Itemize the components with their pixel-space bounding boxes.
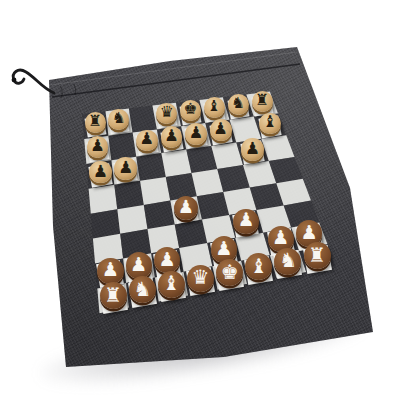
piece-black-pawn-f7[interactable]: ♟ [210,119,232,141]
king-glyph: ♚ [221,262,239,282]
knight-glyph: ♞ [133,279,151,299]
pawn-glyph: ♟ [90,138,105,154]
pawn-glyph: ♟ [130,255,147,274]
piece-white-rook-h1[interactable]: ♜ [304,242,331,269]
rook-glyph: ♜ [255,93,269,109]
queen-glyph: ♛ [191,267,209,287]
bishop-glyph: ♝ [207,99,221,115]
queen-glyph: ♛ [160,105,174,121]
piece-white-bishop-c1[interactable]: ♝ [158,271,185,298]
rook-glyph: ♜ [104,285,122,305]
piece-black-pawn-b6[interactable]: ♟ [114,157,137,180]
pawn-glyph: ♟ [102,260,119,279]
pieces-layer: ♜♞♛♚♝♞♜♟♟♟♟♟♝♟♟♟♟♟♟♟♟♟♟♟♜♞♝♛♚♝♞♜ [0,0,400,400]
piece-black-rook-a8[interactable]: ♜ [85,112,106,133]
knight-glyph: ♞ [279,250,297,270]
piece-black-pawn-e7[interactable]: ♟ [185,123,207,145]
piece-white-pawn-a2[interactable]: ♟ [97,258,123,284]
pawn-glyph: ♟ [238,211,255,230]
piece-white-king-e1[interactable]: ♚ [216,259,243,286]
pawn-glyph: ♟ [272,228,289,247]
piece-black-king-e8[interactable]: ♚ [180,100,201,121]
piece-black-pawn-d7[interactable]: ♟ [161,126,183,148]
piece-white-pawn-b2[interactable]: ♟ [126,252,152,278]
piece-black-rook-h8[interactable]: ♜ [252,91,273,112]
bishop-glyph: ♝ [250,256,268,276]
knight-glyph: ♞ [231,96,245,112]
bishop-glyph: ♝ [263,114,278,130]
piece-black-pawn-c7[interactable]: ♟ [136,130,158,152]
rook-glyph: ♜ [308,245,326,265]
piece-white-pawn-f3[interactable]: ♟ [233,209,258,234]
pawn-glyph: ♟ [178,198,194,216]
piece-white-pawn-d4[interactable]: ♟ [174,196,198,220]
pawn-glyph: ♟ [213,121,228,137]
pawn-glyph: ♟ [164,128,179,144]
pawn-glyph: ♟ [189,125,204,141]
pawn-glyph: ♟ [140,131,155,147]
pawn-glyph: ♟ [93,163,108,180]
piece-white-queen-d1[interactable]: ♛ [187,265,214,292]
knight-glyph: ♞ [112,111,126,127]
piece-black-queen-d8[interactable]: ♛ [156,103,177,124]
piece-black-pawn-a6[interactable]: ♟ [89,161,112,184]
piece-black-knight-g8[interactable]: ♞ [228,94,249,115]
king-glyph: ♚ [183,102,197,118]
piece-black-pawn-g6[interactable]: ♟ [241,138,264,161]
piece-white-rook-a1[interactable]: ♜ [100,282,127,309]
pawn-glyph: ♟ [245,140,260,157]
pawn-glyph: ♟ [118,159,133,176]
rook-glyph: ♜ [88,114,102,130]
bishop-glyph: ♝ [162,273,180,293]
piece-black-bishop-f8[interactable]: ♝ [204,97,225,118]
product-photo: ♜♞♛♚♝♞♜♟♟♟♟♟♝♟♟♟♟♟♟♟♟♟♟♟♜♞♝♛♚♝♞♜ [0,0,400,400]
pawn-glyph: ♟ [159,250,176,269]
pawn-glyph: ♟ [301,223,318,242]
piece-black-bishop-h7[interactable]: ♝ [259,113,281,135]
piece-white-knight-g1[interactable]: ♞ [274,248,301,275]
pawn-glyph: ♟ [215,239,232,258]
piece-white-knight-b1[interactable]: ♞ [129,276,156,303]
